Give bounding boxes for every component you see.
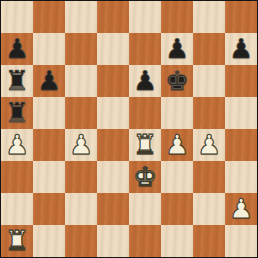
square-d2[interactable] bbox=[97, 193, 129, 225]
square-b5[interactable] bbox=[33, 97, 65, 129]
white-king-piece: ♚ bbox=[133, 161, 157, 193]
black-king-piece: ♚ bbox=[165, 65, 189, 97]
square-b4[interactable] bbox=[33, 129, 65, 161]
square-h3[interactable] bbox=[225, 161, 257, 193]
square-f4[interactable]: ♟ bbox=[161, 129, 193, 161]
black-pawn-piece: ♟ bbox=[165, 33, 189, 65]
chess-board: ♟♟♟♜♟♟♚♜♟♟♜♟♟♚♟♜ bbox=[1, 1, 257, 257]
square-d4[interactable] bbox=[97, 129, 129, 161]
square-a7[interactable]: ♟ bbox=[1, 33, 33, 65]
square-c1[interactable] bbox=[65, 225, 97, 257]
square-g4[interactable]: ♟ bbox=[193, 129, 225, 161]
white-pawn-piece: ♟ bbox=[5, 129, 29, 161]
square-d6[interactable] bbox=[97, 65, 129, 97]
chess-board-frame: ♟♟♟♜♟♟♚♜♟♟♜♟♟♚♟♜ bbox=[0, 0, 258, 258]
square-c7[interactable] bbox=[65, 33, 97, 65]
square-b3[interactable] bbox=[33, 161, 65, 193]
square-f1[interactable] bbox=[161, 225, 193, 257]
square-c5[interactable] bbox=[65, 97, 97, 129]
square-f7[interactable]: ♟ bbox=[161, 33, 193, 65]
white-pawn-piece: ♟ bbox=[229, 193, 253, 225]
square-f8[interactable] bbox=[161, 1, 193, 33]
square-f6[interactable]: ♚ bbox=[161, 65, 193, 97]
square-e5[interactable] bbox=[129, 97, 161, 129]
square-g3[interactable] bbox=[193, 161, 225, 193]
square-g7[interactable] bbox=[193, 33, 225, 65]
square-a5[interactable]: ♜ bbox=[1, 97, 33, 129]
square-d8[interactable] bbox=[97, 1, 129, 33]
square-a8[interactable] bbox=[1, 1, 33, 33]
square-e1[interactable] bbox=[129, 225, 161, 257]
square-h1[interactable] bbox=[225, 225, 257, 257]
square-g2[interactable] bbox=[193, 193, 225, 225]
white-rook-piece: ♜ bbox=[133, 129, 157, 161]
square-h2[interactable]: ♟ bbox=[225, 193, 257, 225]
square-h7[interactable]: ♟ bbox=[225, 33, 257, 65]
square-h4[interactable] bbox=[225, 129, 257, 161]
square-a2[interactable] bbox=[1, 193, 33, 225]
square-e4[interactable]: ♜ bbox=[129, 129, 161, 161]
square-b7[interactable] bbox=[33, 33, 65, 65]
square-a3[interactable] bbox=[1, 161, 33, 193]
square-d3[interactable] bbox=[97, 161, 129, 193]
black-rook-piece: ♜ bbox=[5, 97, 29, 129]
black-rook-piece: ♜ bbox=[5, 65, 29, 97]
square-a1[interactable]: ♜ bbox=[1, 225, 33, 257]
square-a6[interactable]: ♜ bbox=[1, 65, 33, 97]
square-e2[interactable] bbox=[129, 193, 161, 225]
square-d1[interactable] bbox=[97, 225, 129, 257]
black-pawn-piece: ♟ bbox=[5, 33, 29, 65]
square-h5[interactable] bbox=[225, 97, 257, 129]
square-e3[interactable]: ♚ bbox=[129, 161, 161, 193]
square-g6[interactable] bbox=[193, 65, 225, 97]
white-pawn-piece: ♟ bbox=[69, 129, 93, 161]
square-b8[interactable] bbox=[33, 1, 65, 33]
white-pawn-piece: ♟ bbox=[165, 129, 189, 161]
square-d7[interactable] bbox=[97, 33, 129, 65]
square-f2[interactable] bbox=[161, 193, 193, 225]
square-e7[interactable] bbox=[129, 33, 161, 65]
square-f5[interactable] bbox=[161, 97, 193, 129]
square-c8[interactable] bbox=[65, 1, 97, 33]
square-d5[interactable] bbox=[97, 97, 129, 129]
square-b2[interactable] bbox=[33, 193, 65, 225]
square-h8[interactable] bbox=[225, 1, 257, 33]
black-pawn-piece: ♟ bbox=[133, 65, 157, 97]
square-c3[interactable] bbox=[65, 161, 97, 193]
square-c2[interactable] bbox=[65, 193, 97, 225]
square-a4[interactable]: ♟ bbox=[1, 129, 33, 161]
black-pawn-piece: ♟ bbox=[37, 65, 61, 97]
square-b1[interactable] bbox=[33, 225, 65, 257]
square-h6[interactable] bbox=[225, 65, 257, 97]
square-g1[interactable] bbox=[193, 225, 225, 257]
square-e8[interactable] bbox=[129, 1, 161, 33]
square-g8[interactable] bbox=[193, 1, 225, 33]
square-b6[interactable]: ♟ bbox=[33, 65, 65, 97]
square-f3[interactable] bbox=[161, 161, 193, 193]
square-e6[interactable]: ♟ bbox=[129, 65, 161, 97]
square-g5[interactable] bbox=[193, 97, 225, 129]
black-pawn-piece: ♟ bbox=[229, 33, 253, 65]
square-c4[interactable]: ♟ bbox=[65, 129, 97, 161]
white-rook-piece: ♜ bbox=[5, 225, 29, 257]
square-c6[interactable] bbox=[65, 65, 97, 97]
white-pawn-piece: ♟ bbox=[197, 129, 221, 161]
